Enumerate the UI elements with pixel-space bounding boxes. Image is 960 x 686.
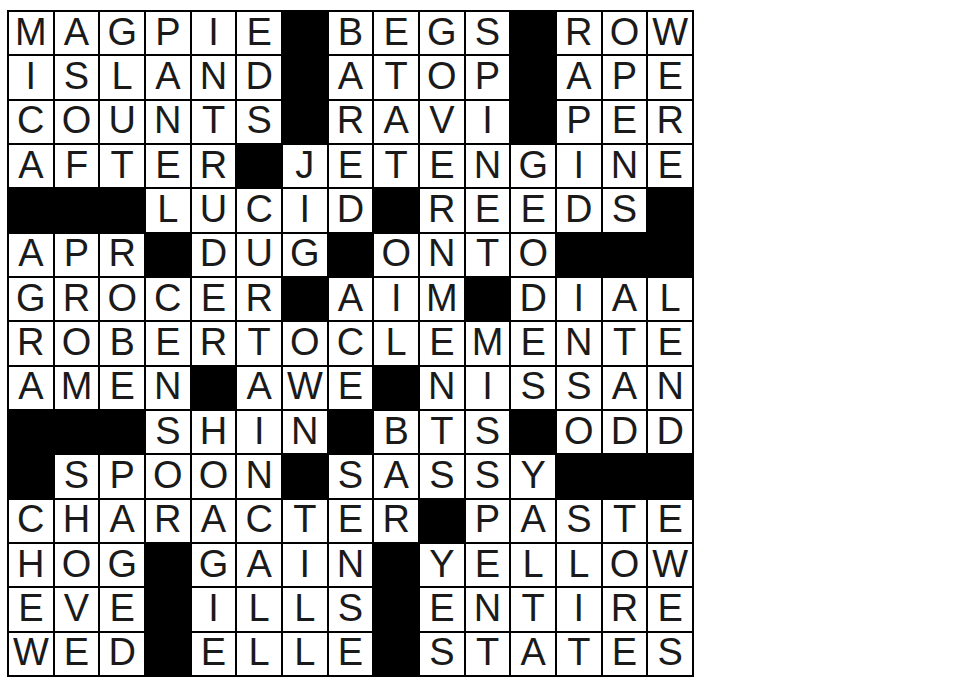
- letter-cell-r5c11[interactable]: E: [466, 189, 510, 231]
- letter-cell-r15c3[interactable]: D: [100, 633, 144, 675]
- letter-cell-r5c4[interactable]: L: [146, 189, 190, 231]
- letter-cell-r11c9[interactable]: A: [374, 455, 418, 497]
- letter-cell-r14c14[interactable]: R: [603, 588, 647, 630]
- letter-cell-r10c4[interactable]: S: [146, 411, 190, 453]
- block-cell-r1c12: [511, 12, 555, 54]
- letter-cell-r13c1[interactable]: H: [9, 544, 53, 586]
- letter-cell-r2c8[interactable]: A: [329, 56, 373, 98]
- letter-cell-r9c14[interactable]: A: [603, 367, 647, 409]
- letter-cell-r14c6[interactable]: L: [237, 588, 281, 630]
- letter-cell-r8c6[interactable]: T: [237, 322, 281, 364]
- letter-cell-r2c9[interactable]: T: [374, 56, 418, 98]
- letter-cell-r14c2[interactable]: V: [55, 588, 99, 630]
- block-cell-r9c5: [192, 367, 236, 409]
- letter-cell-r11c4[interactable]: O: [146, 455, 190, 497]
- letter-cell-r14c5[interactable]: I: [192, 588, 236, 630]
- letter-cell-r2c15[interactable]: E: [648, 56, 692, 98]
- block-cell-r11c13: [557, 455, 601, 497]
- letter-cell-r1c13[interactable]: R: [557, 12, 601, 54]
- letter-cell-r12c15[interactable]: E: [648, 500, 692, 542]
- letter-cell-r11c5[interactable]: O: [192, 455, 236, 497]
- letter-cell-r13c5[interactable]: G: [192, 544, 236, 586]
- letter-cell-r3c9[interactable]: A: [374, 101, 418, 143]
- letter-cell-r1c2[interactable]: A: [55, 12, 99, 54]
- letter-cell-r3c6[interactable]: S: [237, 101, 281, 143]
- letter-cell-r3c8[interactable]: R: [329, 101, 373, 143]
- block-cell-r6c14: [603, 234, 647, 276]
- letter-cell-r5c10[interactable]: R: [420, 189, 464, 231]
- letter-cell-r1c14[interactable]: O: [603, 12, 647, 54]
- letter-cell-r4c13[interactable]: I: [557, 145, 601, 187]
- letter-cell-r10c13[interactable]: O: [557, 411, 601, 453]
- letter-cell-r12c3[interactable]: A: [100, 500, 144, 542]
- letter-cell-r15c11[interactable]: T: [466, 633, 510, 675]
- letter-cell-r5c8[interactable]: D: [329, 189, 373, 231]
- letter-cell-r7c13[interactable]: I: [557, 278, 601, 320]
- block-cell-r7c11: [466, 278, 510, 320]
- letter-cell-r11c12[interactable]: Y: [511, 455, 555, 497]
- letter-cell-r3c2[interactable]: O: [55, 101, 99, 143]
- letter-cell-r15c1[interactable]: W: [9, 633, 53, 675]
- letter-cell-r10c5[interactable]: H: [192, 411, 236, 453]
- block-cell-r12c10: [420, 500, 464, 542]
- letter-cell-r9c3[interactable]: E: [100, 367, 144, 409]
- letter-cell-r3c1[interactable]: C: [9, 101, 53, 143]
- letter-cell-r4c7[interactable]: J: [283, 145, 327, 187]
- letter-cell-r2c1[interactable]: I: [9, 56, 53, 98]
- letter-cell-r13c6[interactable]: A: [237, 544, 281, 586]
- letter-cell-r11c11[interactable]: S: [466, 455, 510, 497]
- letter-cell-r7c6[interactable]: R: [237, 278, 281, 320]
- letter-cell-r13c15[interactable]: W: [648, 544, 692, 586]
- letter-cell-r15c13[interactable]: T: [557, 633, 601, 675]
- letter-cell-r15c6[interactable]: L: [237, 633, 281, 675]
- block-cell-r10c3: [100, 411, 144, 453]
- letter-cell-r6c10[interactable]: N: [420, 234, 464, 276]
- letter-cell-r6c6[interactable]: U: [237, 234, 281, 276]
- letter-cell-r9c1[interactable]: A: [9, 367, 53, 409]
- letter-cell-r1c11[interactable]: S: [466, 12, 510, 54]
- letter-cell-r4c8[interactable]: E: [329, 145, 373, 187]
- letter-cell-r7c12[interactable]: D: [511, 278, 555, 320]
- letter-cell-r12c1[interactable]: C: [9, 500, 53, 542]
- letter-cell-r8c1[interactable]: R: [9, 322, 53, 364]
- block-cell-r5c1: [9, 189, 53, 231]
- letter-cell-r3c5[interactable]: T: [192, 101, 236, 143]
- letter-cell-r5c12[interactable]: E: [511, 189, 555, 231]
- letter-cell-r3c3[interactable]: U: [100, 101, 144, 143]
- letter-cell-r4c11[interactable]: N: [466, 145, 510, 187]
- letter-cell-r4c10[interactable]: E: [420, 145, 464, 187]
- letter-cell-r9c13[interactable]: S: [557, 367, 601, 409]
- letter-cell-r5c13[interactable]: D: [557, 189, 601, 231]
- block-cell-r5c3: [100, 189, 144, 231]
- letter-cell-r1c6[interactable]: E: [237, 12, 281, 54]
- letter-cell-r6c11[interactable]: T: [466, 234, 510, 276]
- letter-cell-r10c11[interactable]: S: [466, 411, 510, 453]
- letter-cell-r1c5[interactable]: I: [192, 12, 236, 54]
- letter-cell-r8c10[interactable]: E: [420, 322, 464, 364]
- letter-cell-r4c4[interactable]: E: [146, 145, 190, 187]
- letter-cell-r8c14[interactable]: T: [603, 322, 647, 364]
- letter-cell-r1c15[interactable]: W: [648, 12, 692, 54]
- letter-cell-r4c2[interactable]: F: [55, 145, 99, 187]
- letter-cell-r1c1[interactable]: M: [9, 12, 53, 54]
- block-cell-r13c9: [374, 544, 418, 586]
- letter-cell-r15c2[interactable]: E: [55, 633, 99, 675]
- letter-cell-r6c9[interactable]: O: [374, 234, 418, 276]
- letter-cell-r7c14[interactable]: A: [603, 278, 647, 320]
- letter-cell-r3c11[interactable]: I: [466, 101, 510, 143]
- letter-cell-r8c11[interactable]: M: [466, 322, 510, 364]
- letter-cell-r5c5[interactable]: U: [192, 189, 236, 231]
- letter-cell-r4c3[interactable]: T: [100, 145, 144, 187]
- block-cell-r7c7: [283, 278, 327, 320]
- letter-cell-r12c5[interactable]: A: [192, 500, 236, 542]
- crossword-board: MAGPIEBEGSROWISLANDATOPAPECOUNTSRAVIPERA…: [7, 10, 694, 677]
- letter-cell-r14c1[interactable]: E: [9, 588, 53, 630]
- letter-cell-r12c9[interactable]: R: [374, 500, 418, 542]
- letter-cell-r14c8[interactable]: S: [329, 588, 373, 630]
- letter-cell-r9c11[interactable]: I: [466, 367, 510, 409]
- letter-cell-r11c2[interactable]: S: [55, 455, 99, 497]
- letter-cell-r2c3[interactable]: L: [100, 56, 144, 98]
- block-cell-r4c6: [237, 145, 281, 187]
- block-cell-r6c13: [557, 234, 601, 276]
- letter-cell-r8c7[interactable]: O: [283, 322, 327, 364]
- letter-cell-r13c13[interactable]: L: [557, 544, 601, 586]
- block-cell-r11c14: [603, 455, 647, 497]
- block-cell-r10c1: [9, 411, 53, 453]
- letter-cell-r6c1[interactable]: A: [9, 234, 53, 276]
- letter-cell-r5c14[interactable]: S: [603, 189, 647, 231]
- letter-cell-r13c12[interactable]: L: [511, 544, 555, 586]
- letter-cell-r14c11[interactable]: N: [466, 588, 510, 630]
- letter-cell-r2c10[interactable]: O: [420, 56, 464, 98]
- letter-cell-r13c10[interactable]: Y: [420, 544, 464, 586]
- letter-cell-r15c5[interactable]: E: [192, 633, 236, 675]
- block-cell-r11c7: [283, 455, 327, 497]
- letter-cell-r10c14[interactable]: D: [603, 411, 647, 453]
- block-cell-r6c15: [648, 234, 692, 276]
- letter-cell-r7c1[interactable]: G: [9, 278, 53, 320]
- letter-cell-r1c9[interactable]: E: [374, 12, 418, 54]
- block-cell-r6c4: [146, 234, 190, 276]
- block-cell-r13c4: [146, 544, 190, 586]
- letter-cell-r4c12[interactable]: G: [511, 145, 555, 187]
- letter-cell-r7c15[interactable]: L: [648, 278, 692, 320]
- letter-cell-r2c4[interactable]: A: [146, 56, 190, 98]
- letter-cell-r11c6[interactable]: N: [237, 455, 281, 497]
- letter-cell-r8c3[interactable]: B: [100, 322, 144, 364]
- letter-cell-r15c10[interactable]: S: [420, 633, 464, 675]
- letter-cell-r11c10[interactable]: S: [420, 455, 464, 497]
- letter-cell-r9c15[interactable]: N: [648, 367, 692, 409]
- letter-cell-r9c8[interactable]: E: [329, 367, 373, 409]
- letter-cell-r2c2[interactable]: S: [55, 56, 99, 98]
- letter-cell-r4c1[interactable]: A: [9, 145, 53, 187]
- letter-cell-r8c5[interactable]: R: [192, 322, 236, 364]
- letter-cell-r5c7[interactable]: I: [283, 189, 327, 231]
- letter-cell-r2c14[interactable]: P: [603, 56, 647, 98]
- letter-cell-r9c2[interactable]: M: [55, 367, 99, 409]
- block-cell-r3c12: [511, 101, 555, 143]
- letter-cell-r8c9[interactable]: L: [374, 322, 418, 364]
- letter-cell-r1c10[interactable]: G: [420, 12, 464, 54]
- block-cell-r5c9: [374, 189, 418, 231]
- block-cell-r9c9: [374, 367, 418, 409]
- letter-cell-r8c12[interactable]: E: [511, 322, 555, 364]
- letter-cell-r14c15[interactable]: E: [648, 588, 692, 630]
- letter-cell-r13c2[interactable]: O: [55, 544, 99, 586]
- letter-cell-r4c5[interactable]: R: [192, 145, 236, 187]
- letter-cell-r13c8[interactable]: N: [329, 544, 373, 586]
- letter-cell-r12c2[interactable]: H: [55, 500, 99, 542]
- letter-cell-r14c7[interactable]: L: [283, 588, 327, 630]
- letter-cell-r12c14[interactable]: T: [603, 500, 647, 542]
- letter-cell-r1c4[interactable]: P: [146, 12, 190, 54]
- letter-cell-r8c8[interactable]: C: [329, 322, 373, 364]
- block-cell-r5c2: [55, 189, 99, 231]
- letter-cell-r2c13[interactable]: A: [557, 56, 601, 98]
- letter-cell-r6c7[interactable]: G: [283, 234, 327, 276]
- block-cell-r10c8: [329, 411, 373, 453]
- letter-cell-r10c10[interactable]: T: [420, 411, 464, 453]
- letter-cell-r12c12[interactable]: A: [511, 500, 555, 542]
- block-cell-r11c15: [648, 455, 692, 497]
- letter-cell-r14c10[interactable]: E: [420, 588, 464, 630]
- letter-cell-r14c12[interactable]: T: [511, 588, 555, 630]
- letter-cell-r15c14[interactable]: E: [603, 633, 647, 675]
- letter-cell-r11c3[interactable]: P: [100, 455, 144, 497]
- letter-cell-r15c15[interactable]: S: [648, 633, 692, 675]
- block-cell-r14c4: [146, 588, 190, 630]
- block-cell-r15c9: [374, 633, 418, 675]
- block-cell-r15c4: [146, 633, 190, 675]
- letter-cell-r4c14[interactable]: N: [603, 145, 647, 187]
- letter-cell-r6c5[interactable]: D: [192, 234, 236, 276]
- block-cell-r11c1: [9, 455, 53, 497]
- letter-cell-r4c15[interactable]: E: [648, 145, 692, 187]
- letter-cell-r7c9[interactable]: I: [374, 278, 418, 320]
- letter-cell-r1c8[interactable]: B: [329, 12, 373, 54]
- letter-cell-r9c10[interactable]: N: [420, 367, 464, 409]
- letter-cell-r2c11[interactable]: P: [466, 56, 510, 98]
- letter-cell-r4c9[interactable]: T: [374, 145, 418, 187]
- letter-cell-r6c3[interactable]: R: [100, 234, 144, 276]
- letter-cell-r6c12[interactable]: O: [511, 234, 555, 276]
- letter-cell-r7c5[interactable]: E: [192, 278, 236, 320]
- letter-cell-r9c4[interactable]: N: [146, 367, 190, 409]
- letter-cell-r3c4[interactable]: N: [146, 101, 190, 143]
- letter-cell-r12c6[interactable]: C: [237, 500, 281, 542]
- letter-cell-r13c14[interactable]: O: [603, 544, 647, 586]
- letter-cell-r8c2[interactable]: O: [55, 322, 99, 364]
- letter-cell-r3c15[interactable]: R: [648, 101, 692, 143]
- block-cell-r2c12: [511, 56, 555, 98]
- letter-cell-r6c2[interactable]: P: [55, 234, 99, 276]
- letter-cell-r13c11[interactable]: E: [466, 544, 510, 586]
- letter-cell-r5c6[interactable]: C: [237, 189, 281, 231]
- letter-cell-r11c8[interactable]: S: [329, 455, 373, 497]
- letter-cell-r8c15[interactable]: E: [648, 322, 692, 364]
- block-cell-r14c9: [374, 588, 418, 630]
- letter-cell-r15c12[interactable]: A: [511, 633, 555, 675]
- letter-cell-r13c3[interactable]: G: [100, 544, 144, 586]
- letter-cell-r3c10[interactable]: V: [420, 101, 464, 143]
- block-cell-r5c15: [648, 189, 692, 231]
- letter-cell-r12c13[interactable]: S: [557, 500, 601, 542]
- letter-cell-r7c4[interactable]: C: [146, 278, 190, 320]
- letter-cell-r10c6[interactable]: I: [237, 411, 281, 453]
- letter-cell-r1c3[interactable]: G: [100, 12, 144, 54]
- letter-cell-r13c7[interactable]: I: [283, 544, 327, 586]
- block-cell-r6c8: [329, 234, 373, 276]
- letter-cell-r9c6[interactable]: A: [237, 367, 281, 409]
- letter-cell-r15c7[interactable]: L: [283, 633, 327, 675]
- letter-cell-r2c6[interactable]: D: [237, 56, 281, 98]
- letter-cell-r3c13[interactable]: P: [557, 101, 601, 143]
- letter-cell-r10c15[interactable]: D: [648, 411, 692, 453]
- letter-cell-r12c8[interactable]: E: [329, 500, 373, 542]
- letter-cell-r8c13[interactable]: N: [557, 322, 601, 364]
- letter-cell-r14c13[interactable]: I: [557, 588, 601, 630]
- letter-cell-r12c7[interactable]: T: [283, 500, 327, 542]
- letter-cell-r7c8[interactable]: A: [329, 278, 373, 320]
- block-cell-r2c7: [283, 56, 327, 98]
- block-cell-r10c2: [55, 411, 99, 453]
- letter-cell-r14c3[interactable]: E: [100, 588, 144, 630]
- letter-cell-r9c7[interactable]: W: [283, 367, 327, 409]
- block-cell-r1c7: [283, 12, 327, 54]
- letter-cell-r7c10[interactable]: M: [420, 278, 464, 320]
- letter-cell-r10c7[interactable]: N: [283, 411, 327, 453]
- letter-cell-r12c11[interactable]: P: [466, 500, 510, 542]
- block-cell-r10c12: [511, 411, 555, 453]
- letter-cell-r2c5[interactable]: N: [192, 56, 236, 98]
- letter-cell-r8c4[interactable]: E: [146, 322, 190, 364]
- letter-cell-r9c12[interactable]: S: [511, 367, 555, 409]
- letter-cell-r3c14[interactable]: E: [603, 101, 647, 143]
- letter-cell-r15c8[interactable]: E: [329, 633, 373, 675]
- letter-cell-r7c3[interactable]: O: [100, 278, 144, 320]
- block-cell-r3c7: [283, 101, 327, 143]
- letter-cell-r12c4[interactable]: R: [146, 500, 190, 542]
- letter-cell-r7c2[interactable]: R: [55, 278, 99, 320]
- letter-cell-r10c9[interactable]: B: [374, 411, 418, 453]
